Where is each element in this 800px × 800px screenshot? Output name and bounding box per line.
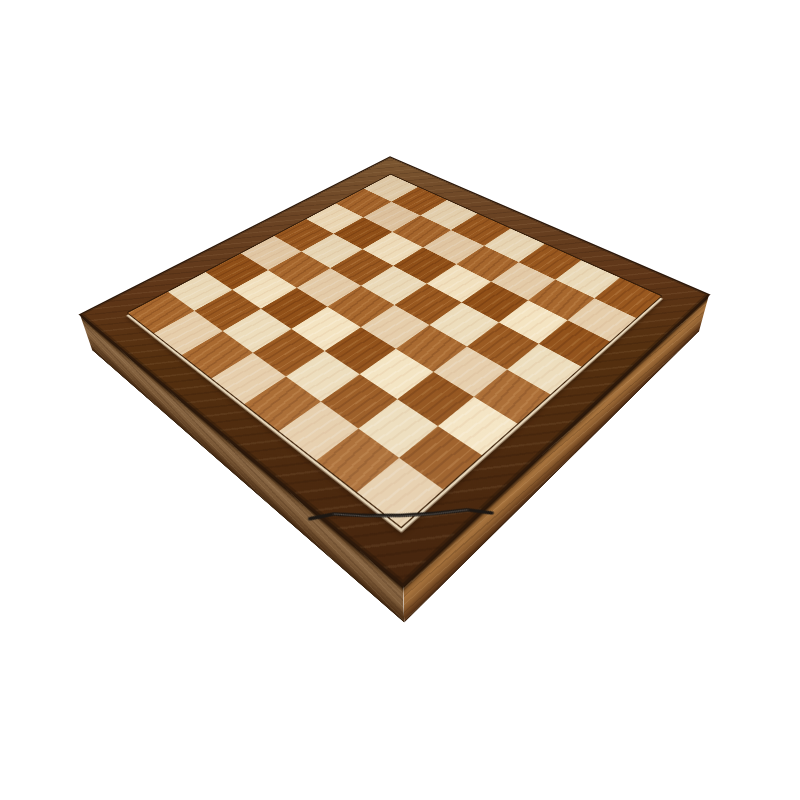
perspective-wrapper: [0, 0, 800, 800]
square-r3c8: [538, 320, 609, 367]
corner-clasp: [296, 425, 504, 596]
chessboard: [80, 157, 709, 585]
square-r6c8: [438, 396, 518, 455]
chessboard-photo-scene: [0, 0, 800, 800]
square-r7c7: [358, 399, 438, 458]
square-r6c6: [360, 348, 434, 399]
square-r5c6: [396, 325, 467, 372]
square-r6c5: [325, 327, 396, 374]
square-r7c4: [253, 329, 324, 376]
square-r8c4: [212, 353, 286, 404]
square-r4c6: [430, 302, 499, 346]
square-r5c5: [361, 305, 430, 349]
square-r7c3: [223, 309, 292, 353]
square-r7c8: [399, 426, 482, 490]
square-r6c7: [397, 372, 474, 426]
square-r8c2: [154, 311, 223, 355]
squares-grid: [128, 175, 661, 527]
square-r8c8: [357, 458, 443, 527]
square-r4c8: [507, 344, 581, 394]
board-top-face: [80, 157, 709, 585]
square-r8c5: [244, 376, 321, 431]
square-r8c7: [316, 428, 399, 492]
square-r7c5: [286, 351, 360, 402]
square-r7c6: [321, 374, 398, 428]
square-r8c6: [279, 401, 359, 460]
clasp-wire: [310, 447, 492, 598]
square-r5c7: [433, 346, 507, 396]
square-r3c7: [498, 300, 567, 344]
square-r5c8: [474, 369, 551, 423]
square-r8c3: [182, 331, 253, 378]
playing-surface: [127, 174, 663, 528]
square-r2c8: [567, 298, 636, 341]
square-r6c4: [292, 307, 361, 351]
square-r4c7: [467, 322, 538, 369]
